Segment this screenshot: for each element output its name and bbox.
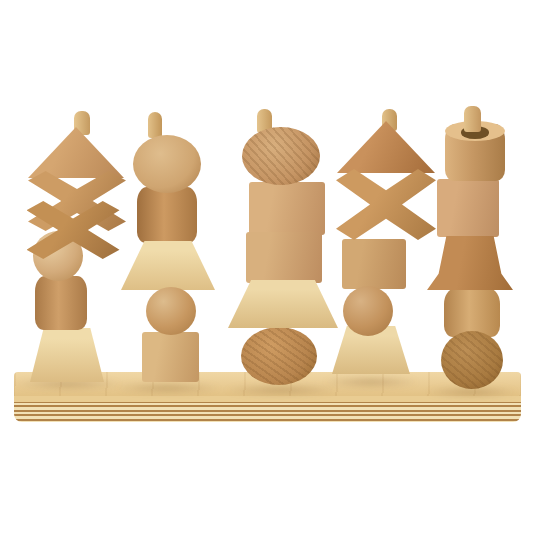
col4-contact-shadow [322, 376, 420, 388]
col1-cylinder-block [35, 276, 87, 330]
col5-cylinder-block [444, 289, 500, 337]
wooden-stacking-toy-photo [0, 0, 533, 533]
col3-cube-block-upper [249, 182, 325, 235]
col4-triangle-block [337, 121, 435, 173]
col2-cylinder-block [137, 187, 197, 243]
col5-peg [464, 106, 481, 132]
col3-disc-block-bottom-wood-grain [241, 327, 317, 385]
base-plywood-edge [14, 396, 521, 422]
col2-cube-block [142, 332, 199, 382]
col3-contact-shadow [223, 384, 339, 396]
col2-peg [148, 112, 162, 138]
col3-disc-block-top [242, 127, 320, 185]
col4-sphere-block [343, 286, 393, 336]
col5-disc-block [441, 331, 503, 389]
col3-disc-block-top-wood-grain [242, 127, 320, 185]
col1-triangle-block [28, 127, 124, 178]
col5-cube-block [437, 179, 499, 237]
col2-contact-shadow [114, 382, 222, 394]
col2-disc-block [133, 135, 201, 193]
col5-disc-block-wood-grain [441, 331, 503, 389]
col5-cone-block [427, 236, 513, 290]
col4-cube-block [342, 239, 406, 289]
col2-trapezoid-block [121, 241, 215, 290]
col2-sphere-block [146, 287, 196, 335]
col3-disc-block-bottom [241, 327, 317, 385]
col5-open-cylinder-block [445, 124, 505, 181]
col3-trapezoid-block [228, 280, 338, 328]
col4-x-block [336, 169, 436, 240]
col1-trapezoid-block [30, 328, 104, 382]
col3-cube-block-lower [246, 232, 322, 283]
